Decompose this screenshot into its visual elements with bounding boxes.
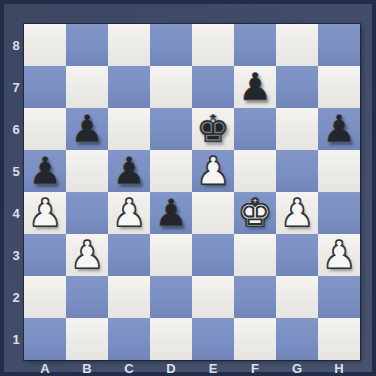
file-label-g: G [276, 360, 318, 376]
square-c2[interactable] [108, 276, 150, 318]
piece-white-pawn[interactable]: ♟ [112, 192, 146, 234]
square-g8[interactable] [276, 24, 318, 66]
square-a4[interactable]: ♟ [24, 192, 66, 234]
piece-white-pawn[interactable]: ♟ [28, 192, 62, 234]
square-b2[interactable] [66, 276, 108, 318]
piece-black-pawn[interactable]: ♟ [238, 66, 272, 108]
square-f7[interactable]: ♟ [234, 66, 276, 108]
square-d7[interactable] [150, 66, 192, 108]
square-a8[interactable] [24, 24, 66, 66]
file-label-c: C [108, 360, 150, 376]
square-b1[interactable] [66, 318, 108, 360]
square-f6[interactable] [234, 108, 276, 150]
square-e7[interactable] [192, 66, 234, 108]
diagram-frame: 87654321 ♟♟♚♟♟♟♟♟♟♟♚♟♟♟ ABCDEFGH [0, 0, 376, 376]
square-b7[interactable] [66, 66, 108, 108]
square-d1[interactable] [150, 318, 192, 360]
square-g5[interactable] [276, 150, 318, 192]
square-d8[interactable] [150, 24, 192, 66]
piece-black-pawn[interactable]: ♟ [112, 150, 146, 192]
square-a5[interactable]: ♟ [24, 150, 66, 192]
square-b3[interactable]: ♟ [66, 234, 108, 276]
square-g2[interactable] [276, 276, 318, 318]
square-f5[interactable] [234, 150, 276, 192]
square-g7[interactable] [276, 66, 318, 108]
square-a7[interactable] [24, 66, 66, 108]
square-a3[interactable] [24, 234, 66, 276]
rank-label-5: 5 [8, 150, 24, 192]
rank-label-8: 8 [8, 24, 24, 66]
piece-black-pawn[interactable]: ♟ [70, 108, 104, 150]
square-d2[interactable] [150, 276, 192, 318]
square-b6[interactable]: ♟ [66, 108, 108, 150]
square-c8[interactable] [108, 24, 150, 66]
square-h2[interactable] [318, 276, 360, 318]
square-h5[interactable] [318, 150, 360, 192]
square-e2[interactable] [192, 276, 234, 318]
chess-board: ♟♟♚♟♟♟♟♟♟♟♚♟♟♟ [24, 24, 360, 360]
rank-labels: 87654321 [8, 24, 24, 360]
square-f2[interactable] [234, 276, 276, 318]
square-g3[interactable] [276, 234, 318, 276]
rank-label-2: 2 [8, 276, 24, 318]
square-f3[interactable] [234, 234, 276, 276]
board-gutter: 87654321 ♟♟♚♟♟♟♟♟♟♟♚♟♟♟ ABCDEFGH [4, 4, 372, 372]
rank-label-1: 1 [8, 318, 24, 360]
piece-black-pawn[interactable]: ♟ [28, 150, 62, 192]
square-c4[interactable]: ♟ [108, 192, 150, 234]
square-b4[interactable] [66, 192, 108, 234]
square-c1[interactable] [108, 318, 150, 360]
piece-white-pawn[interactable]: ♟ [196, 150, 230, 192]
rank-label-4: 4 [8, 192, 24, 234]
piece-black-king[interactable]: ♚ [196, 108, 230, 150]
square-g6[interactable] [276, 108, 318, 150]
square-h7[interactable] [318, 66, 360, 108]
file-label-d: D [150, 360, 192, 376]
square-a6[interactable] [24, 108, 66, 150]
piece-white-pawn[interactable]: ♟ [280, 192, 314, 234]
file-label-b: B [66, 360, 108, 376]
file-labels: ABCDEFGH [24, 360, 360, 376]
piece-white-pawn[interactable]: ♟ [70, 234, 104, 276]
square-h1[interactable] [318, 318, 360, 360]
square-b8[interactable] [66, 24, 108, 66]
square-h6[interactable]: ♟ [318, 108, 360, 150]
square-a2[interactable] [24, 276, 66, 318]
square-a1[interactable] [24, 318, 66, 360]
rank-label-6: 6 [8, 108, 24, 150]
square-e5[interactable]: ♟ [192, 150, 234, 192]
square-e6[interactable]: ♚ [192, 108, 234, 150]
file-label-a: A [24, 360, 66, 376]
rank-label-7: 7 [8, 66, 24, 108]
square-e1[interactable] [192, 318, 234, 360]
square-h4[interactable] [318, 192, 360, 234]
square-g4[interactable]: ♟ [276, 192, 318, 234]
square-c5[interactable]: ♟ [108, 150, 150, 192]
square-f8[interactable] [234, 24, 276, 66]
piece-white-pawn[interactable]: ♟ [322, 234, 356, 276]
square-d5[interactable] [150, 150, 192, 192]
square-d6[interactable] [150, 108, 192, 150]
file-label-e: E [192, 360, 234, 376]
square-g1[interactable] [276, 318, 318, 360]
square-c3[interactable] [108, 234, 150, 276]
rank-label-3: 3 [8, 234, 24, 276]
piece-white-king[interactable]: ♚ [238, 192, 272, 234]
square-e8[interactable] [192, 24, 234, 66]
square-h3[interactable]: ♟ [318, 234, 360, 276]
square-f4[interactable]: ♚ [234, 192, 276, 234]
square-c7[interactable] [108, 66, 150, 108]
square-e3[interactable] [192, 234, 234, 276]
square-h8[interactable] [318, 24, 360, 66]
file-label-f: F [234, 360, 276, 376]
piece-black-pawn[interactable]: ♟ [154, 192, 188, 234]
square-b5[interactable] [66, 150, 108, 192]
square-d3[interactable] [150, 234, 192, 276]
square-c6[interactable] [108, 108, 150, 150]
square-e4[interactable] [192, 192, 234, 234]
file-label-h: H [318, 360, 360, 376]
piece-black-pawn[interactable]: ♟ [322, 108, 356, 150]
square-f1[interactable] [234, 318, 276, 360]
square-d4[interactable]: ♟ [150, 192, 192, 234]
